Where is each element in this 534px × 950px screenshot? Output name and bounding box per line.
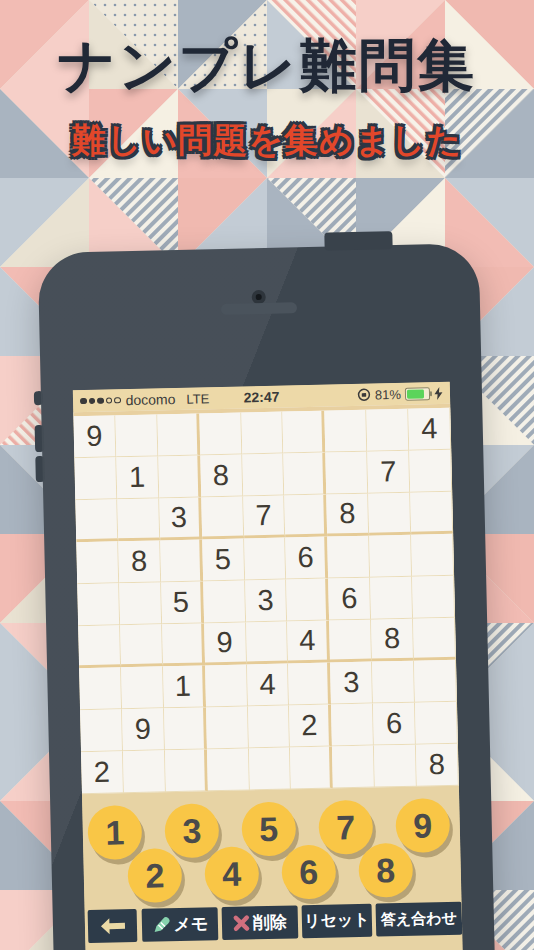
sudoku-cell-r9c4[interactable] xyxy=(207,748,250,791)
sudoku-cell-r4c6[interactable]: 6 xyxy=(286,537,329,580)
sudoku-cell-r3c6[interactable] xyxy=(285,495,328,538)
sudoku-cell-r2c2[interactable]: 1 xyxy=(116,456,159,499)
sudoku-cell-r8c4[interactable] xyxy=(206,706,249,749)
sudoku-cell-r4c1[interactable] xyxy=(76,541,119,584)
sudoku-cell-r5c8[interactable] xyxy=(370,577,413,620)
sudoku-cell-r5c9[interactable] xyxy=(412,576,455,619)
sudoku-cell-r1c7[interactable] xyxy=(325,410,368,453)
sudoku-cell-r9c9[interactable]: 8 xyxy=(416,744,459,787)
delete-button[interactable]: 削除 xyxy=(222,905,299,940)
sudoku-cell-r1c6[interactable] xyxy=(283,411,326,454)
carrier-label: docomo xyxy=(125,391,175,408)
sudoku-cell-r6c6[interactable]: 4 xyxy=(288,621,331,664)
sudoku-cell-r5c2[interactable] xyxy=(119,582,162,625)
reset-label: リセット xyxy=(304,910,370,932)
app-store-screenshot: ナンプレ難問集 難しい問題を集めました docomo LTE 22:47 xyxy=(0,0,534,950)
sudoku-cell-r2c3[interactable] xyxy=(158,455,201,498)
sudoku-cell-r5c7[interactable]: 6 xyxy=(328,578,371,621)
sudoku-cell-r1c8[interactable] xyxy=(367,409,410,452)
sudoku-cell-r7c5[interactable]: 4 xyxy=(247,664,290,707)
power-button xyxy=(324,231,392,251)
charging-icon xyxy=(434,386,443,399)
sudoku-cell-r9c2[interactable] xyxy=(123,750,166,793)
sudoku-cell-r3c2[interactable] xyxy=(117,498,160,541)
phone-screen: docomo LTE 22:47 81% xyxy=(73,382,465,950)
sudoku-cell-r6c4[interactable]: 9 xyxy=(204,622,247,665)
sudoku-cell-r9c7[interactable] xyxy=(332,746,375,789)
sudoku-cell-r7c6[interactable] xyxy=(288,663,331,706)
numpad-button-5[interactable]: 5 xyxy=(241,801,296,856)
sudoku-cell-r7c4[interactable] xyxy=(205,664,248,707)
sudoku-cell-r6c3[interactable] xyxy=(162,623,205,666)
sudoku-cell-r7c3[interactable]: 1 xyxy=(163,665,206,708)
sudoku-cell-r3c7[interactable]: 8 xyxy=(327,494,370,537)
sudoku-cell-r2c1[interactable] xyxy=(74,457,117,500)
sudoku-cell-r8c1[interactable] xyxy=(80,709,123,752)
app-title: ナンプレ難問集 xyxy=(0,34,534,96)
sudoku-cell-r5c3[interactable]: 5 xyxy=(161,581,204,624)
sudoku-cell-r3c9[interactable] xyxy=(410,492,453,535)
sudoku-cell-r1c1[interactable]: 9 xyxy=(73,415,116,458)
numpad-button-9[interactable]: 9 xyxy=(395,798,450,853)
sudoku-cell-r5c5[interactable]: 3 xyxy=(245,580,288,623)
sudoku-cell-r5c4[interactable] xyxy=(203,580,246,623)
sudoku-cell-r8c2[interactable]: 9 xyxy=(122,708,165,751)
sudoku-cell-r5c6[interactable] xyxy=(287,579,330,622)
sudoku-cell-r7c9[interactable] xyxy=(414,660,457,703)
numpad-button-4[interactable]: 4 xyxy=(204,846,259,901)
sudoku-cell-r3c1[interactable] xyxy=(75,499,118,542)
sudoku-cell-r5c1[interactable] xyxy=(77,583,120,626)
sudoku-cell-r8c8[interactable]: 6 xyxy=(373,703,416,746)
memo-button[interactable]: メモ xyxy=(142,907,219,942)
numpad-button-8[interactable]: 8 xyxy=(358,843,413,898)
sudoku-grid: 9418737885653694814392628 xyxy=(73,404,459,794)
sudoku-cell-r6c8[interactable]: 8 xyxy=(371,619,414,662)
memo-label: メモ xyxy=(173,912,208,936)
check-answer-label: 答え合わせ xyxy=(381,909,457,930)
sudoku-cell-r1c3[interactable] xyxy=(157,413,200,456)
sudoku-cell-r3c8[interactable] xyxy=(368,493,411,536)
sudoku-cell-r9c3[interactable] xyxy=(165,749,208,792)
sudoku-cell-r1c4[interactable] xyxy=(199,413,242,456)
numpad-button-6[interactable]: 6 xyxy=(281,845,336,900)
sudoku-cell-r6c5[interactable] xyxy=(246,622,289,665)
sudoku-cell-r9c8[interactable] xyxy=(374,745,417,788)
volume-up-button xyxy=(35,425,45,452)
sudoku-cell-r8c9[interactable] xyxy=(415,702,458,745)
battery-icon xyxy=(405,387,430,401)
sudoku-cell-r2c9[interactable] xyxy=(409,450,452,493)
sudoku-cell-r3c3[interactable]: 3 xyxy=(159,497,202,540)
delete-label: 削除 xyxy=(253,911,288,935)
sudoku-cell-r7c8[interactable] xyxy=(372,661,415,704)
network-type-label: LTE xyxy=(186,391,209,407)
sudoku-cell-r2c8[interactable]: 7 xyxy=(367,451,410,494)
battery-fill xyxy=(407,389,424,398)
numpad-button-1[interactable]: 1 xyxy=(87,805,142,860)
app-subtitle: 難しい問題を集めました xyxy=(0,122,534,158)
sudoku-cell-r6c9[interactable] xyxy=(413,618,456,661)
earpiece-speaker xyxy=(221,302,297,315)
sudoku-cell-r1c5[interactable] xyxy=(241,412,284,455)
sudoku-cell-r6c2[interactable] xyxy=(120,624,163,667)
numpad-button-2[interactable]: 2 xyxy=(127,848,182,903)
sudoku-cell-r2c5[interactable] xyxy=(242,454,285,497)
sudoku-cell-r9c5[interactable] xyxy=(249,747,292,790)
sudoku-cell-r3c5[interactable]: 7 xyxy=(243,496,286,539)
volume-down-button xyxy=(35,456,45,482)
numpad-button-3[interactable]: 3 xyxy=(164,803,219,858)
sudoku-cell-r2c7[interactable] xyxy=(326,452,369,495)
sudoku-cell-r4c9[interactable] xyxy=(411,534,454,577)
sudoku-cell-r4c2[interactable]: 8 xyxy=(118,540,161,583)
sudoku-cell-r9c6[interactable] xyxy=(290,747,333,790)
sudoku-cell-r4c8[interactable] xyxy=(369,535,412,578)
mute-switch xyxy=(34,391,43,405)
signal-strength-icon xyxy=(80,397,121,404)
title-banner: ナンプレ難問集 難しい問題を集めました xyxy=(0,34,534,158)
sudoku-cell-r6c1[interactable] xyxy=(78,625,121,668)
sudoku-cell-r4c5[interactable] xyxy=(244,538,287,581)
sudoku-cell-r4c7[interactable] xyxy=(328,536,371,579)
sudoku-cell-r8c7[interactable] xyxy=(331,704,374,747)
sudoku-cell-r1c9[interactable]: 4 xyxy=(408,408,451,451)
reset-button[interactable]: リセット xyxy=(302,904,373,939)
sudoku-cell-r4c4[interactable]: 5 xyxy=(202,538,245,581)
orientation-lock-icon xyxy=(357,388,371,402)
back-button[interactable] xyxy=(88,909,138,943)
sudoku-cell-r7c1[interactable] xyxy=(79,667,122,710)
battery-percent-label: 81% xyxy=(375,386,401,402)
sudoku-cell-r3c4[interactable] xyxy=(201,497,244,540)
numpad-button-7[interactable]: 7 xyxy=(318,800,373,855)
sudoku-cell-r7c2[interactable] xyxy=(121,666,164,709)
check-answer-button[interactable]: 答え合わせ xyxy=(376,902,463,937)
sudoku-cell-r8c6[interactable]: 2 xyxy=(289,705,332,748)
sudoku-cell-r8c3[interactable] xyxy=(164,707,207,750)
sudoku-cell-r1c2[interactable] xyxy=(115,414,158,457)
sudoku-cell-r7c7[interactable]: 3 xyxy=(330,662,373,705)
phone-mockup: docomo LTE 22:47 81% xyxy=(38,243,497,950)
toolbar: メモ 削除 リセット 答え合わせ xyxy=(85,902,465,950)
back-arrow-icon xyxy=(99,917,125,935)
sudoku-cell-r8c5[interactable] xyxy=(248,706,291,749)
sudoku-cell-r2c6[interactable] xyxy=(284,453,327,496)
sudoku-cell-r4c3[interactable] xyxy=(160,539,203,582)
number-pad: 135792468 xyxy=(82,786,462,911)
sudoku-cell-r9c1[interactable]: 2 xyxy=(81,751,124,794)
sudoku-cell-r2c4[interactable]: 8 xyxy=(200,455,243,498)
x-icon xyxy=(233,914,250,931)
pencil-icon xyxy=(151,916,170,934)
sudoku-cell-r6c7[interactable] xyxy=(329,620,372,663)
